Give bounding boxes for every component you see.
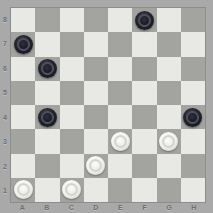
- file-label-f: F: [133, 202, 158, 213]
- rank-label-6: 6: [0, 56, 10, 81]
- square-c8: [60, 8, 84, 32]
- white-man-d2[interactable]: [86, 156, 105, 175]
- file-label-c: C: [59, 202, 84, 213]
- black-man-b4[interactable]: [38, 108, 57, 127]
- square-c3[interactable]: [60, 129, 84, 153]
- square-c2: [60, 154, 84, 178]
- black-man-f8[interactable]: [135, 11, 154, 30]
- square-a1[interactable]: [11, 178, 35, 202]
- file-label-a: A: [10, 202, 35, 213]
- square-b8[interactable]: [35, 8, 59, 32]
- square-d6[interactable]: [84, 57, 108, 81]
- file-label-d: D: [84, 202, 109, 213]
- square-b4[interactable]: [35, 105, 59, 129]
- square-g4: [157, 105, 181, 129]
- square-d1: [84, 178, 108, 202]
- square-a6: [11, 57, 35, 81]
- square-f2[interactable]: [132, 154, 156, 178]
- square-a3[interactable]: [11, 129, 35, 153]
- square-a2: [11, 154, 35, 178]
- square-c1[interactable]: [60, 178, 84, 202]
- square-e8: [108, 8, 132, 32]
- square-e1[interactable]: [108, 178, 132, 202]
- rank-label-2: 2: [0, 154, 10, 179]
- square-c4: [60, 105, 84, 129]
- square-g3[interactable]: [157, 129, 181, 153]
- square-g1[interactable]: [157, 178, 181, 202]
- square-b2[interactable]: [35, 154, 59, 178]
- white-man-e3[interactable]: [111, 132, 130, 151]
- square-b5: [35, 81, 59, 105]
- square-e4: [108, 105, 132, 129]
- file-labels: ABCDEFGH: [10, 202, 206, 213]
- square-h8[interactable]: [181, 8, 205, 32]
- square-a8: [11, 8, 35, 32]
- rank-labels: 87654321: [0, 7, 10, 203]
- rank-label-1: 1: [0, 179, 10, 204]
- square-b6[interactable]: [35, 57, 59, 81]
- square-a4: [11, 105, 35, 129]
- square-c5[interactable]: [60, 81, 84, 105]
- square-f5: [132, 81, 156, 105]
- square-f7: [132, 32, 156, 56]
- square-b7: [35, 32, 59, 56]
- square-h3: [181, 129, 205, 153]
- square-f8[interactable]: [132, 8, 156, 32]
- square-h1: [181, 178, 205, 202]
- square-g5[interactable]: [157, 81, 181, 105]
- square-e2: [108, 154, 132, 178]
- black-man-b6[interactable]: [38, 59, 57, 78]
- square-b1: [35, 178, 59, 202]
- square-c7[interactable]: [60, 32, 84, 56]
- rank-label-8: 8: [0, 7, 10, 32]
- checkers-board: [10, 7, 206, 203]
- white-man-c1[interactable]: [62, 180, 81, 199]
- square-f4[interactable]: [132, 105, 156, 129]
- square-d8[interactable]: [84, 8, 108, 32]
- square-e6: [108, 57, 132, 81]
- square-h4[interactable]: [181, 105, 205, 129]
- rank-label-3: 3: [0, 130, 10, 155]
- square-f6[interactable]: [132, 57, 156, 81]
- white-man-a1[interactable]: [14, 180, 33, 199]
- square-h6[interactable]: [181, 57, 205, 81]
- file-label-e: E: [108, 202, 133, 213]
- square-h2[interactable]: [181, 154, 205, 178]
- square-a7[interactable]: [11, 32, 35, 56]
- rank-label-4: 4: [0, 105, 10, 130]
- square-g8: [157, 8, 181, 32]
- square-e3[interactable]: [108, 129, 132, 153]
- square-h7: [181, 32, 205, 56]
- white-man-g3[interactable]: [159, 132, 178, 151]
- square-f1: [132, 178, 156, 202]
- square-d7: [84, 32, 108, 56]
- square-b3: [35, 129, 59, 153]
- rank-label-7: 7: [0, 32, 10, 57]
- square-c6: [60, 57, 84, 81]
- square-d4[interactable]: [84, 105, 108, 129]
- square-d3: [84, 129, 108, 153]
- square-e7[interactable]: [108, 32, 132, 56]
- file-label-g: G: [157, 202, 182, 213]
- file-label-b: B: [35, 202, 60, 213]
- black-man-h4[interactable]: [183, 108, 202, 127]
- square-g6: [157, 57, 181, 81]
- square-d5: [84, 81, 108, 105]
- square-a5[interactable]: [11, 81, 35, 105]
- rank-label-5: 5: [0, 81, 10, 106]
- file-label-h: H: [182, 202, 207, 213]
- square-g2: [157, 154, 181, 178]
- square-f3: [132, 129, 156, 153]
- square-e5[interactable]: [108, 81, 132, 105]
- square-d2[interactable]: [84, 154, 108, 178]
- square-h5: [181, 81, 205, 105]
- square-g7[interactable]: [157, 32, 181, 56]
- black-man-a7[interactable]: [14, 35, 33, 54]
- checkers-screenshot: 87654321 ABCDEFGH: [0, 0, 213, 213]
